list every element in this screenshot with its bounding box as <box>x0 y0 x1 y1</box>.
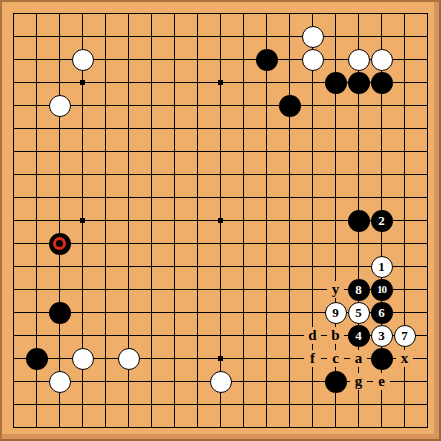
point-c3[interactable] <box>48 370 71 393</box>
letter-label-d[interactable]: d <box>304 327 321 344</box>
point-n17[interactable] <box>278 48 301 71</box>
point-f17[interactable] <box>117 48 140 71</box>
point-a13[interactable] <box>2 140 25 163</box>
point-c9[interactable] <box>48 232 71 255</box>
point-r7[interactable]: 10 <box>370 278 393 301</box>
point-n11[interactable] <box>278 186 301 209</box>
point-l9[interactable] <box>232 232 255 255</box>
point-f19[interactable] <box>117 2 140 25</box>
point-o10[interactable] <box>301 209 324 232</box>
point-o16[interactable] <box>301 71 324 94</box>
point-s7[interactable] <box>393 278 416 301</box>
white-stone-r5[interactable]: 3 <box>371 325 393 347</box>
point-j12[interactable] <box>186 163 209 186</box>
white-stone-d4[interactable] <box>72 348 94 370</box>
point-k5[interactable] <box>209 324 232 347</box>
point-t18[interactable] <box>416 25 439 48</box>
point-c2[interactable] <box>48 393 71 416</box>
point-e10[interactable] <box>94 209 117 232</box>
point-m11[interactable] <box>255 186 278 209</box>
point-f18[interactable] <box>117 25 140 48</box>
white-stone-f4[interactable] <box>118 348 140 370</box>
point-o1[interactable] <box>301 416 324 439</box>
point-q13[interactable] <box>347 140 370 163</box>
black-stone-q10[interactable] <box>348 210 370 232</box>
white-stone-q17[interactable] <box>348 49 370 71</box>
point-j19[interactable] <box>186 2 209 25</box>
black-stone-c9[interactable] <box>49 233 71 255</box>
point-k13[interactable] <box>209 140 232 163</box>
point-r2[interactable] <box>370 393 393 416</box>
point-f1[interactable] <box>117 416 140 439</box>
point-h7[interactable] <box>163 278 186 301</box>
point-a4[interactable] <box>2 347 25 370</box>
point-e16[interactable] <box>94 71 117 94</box>
point-o8[interactable] <box>301 255 324 278</box>
point-f6[interactable] <box>117 301 140 324</box>
point-t1[interactable] <box>416 416 439 439</box>
point-k6[interactable] <box>209 301 232 324</box>
point-n2[interactable] <box>278 393 301 416</box>
point-l19[interactable] <box>232 2 255 25</box>
point-p12[interactable] <box>324 163 347 186</box>
point-g14[interactable] <box>140 117 163 140</box>
point-g18[interactable] <box>140 25 163 48</box>
black-stone-r10[interactable]: 2 <box>371 210 393 232</box>
point-p2[interactable] <box>324 393 347 416</box>
point-t15[interactable] <box>416 94 439 117</box>
point-s9[interactable] <box>393 232 416 255</box>
letter-label-e[interactable]: e <box>373 373 390 390</box>
point-d4[interactable] <box>71 347 94 370</box>
point-r18[interactable] <box>370 25 393 48</box>
point-p10[interactable] <box>324 209 347 232</box>
point-h15[interactable] <box>163 94 186 117</box>
point-l17[interactable] <box>232 48 255 71</box>
point-t8[interactable] <box>416 255 439 278</box>
point-r16[interactable] <box>370 71 393 94</box>
point-s11[interactable] <box>393 186 416 209</box>
point-m16[interactable] <box>255 71 278 94</box>
point-d13[interactable] <box>71 140 94 163</box>
point-n12[interactable] <box>278 163 301 186</box>
point-e1[interactable] <box>94 416 117 439</box>
black-stone-n15[interactable] <box>279 95 301 117</box>
point-r8[interactable]: 1 <box>370 255 393 278</box>
point-o9[interactable] <box>301 232 324 255</box>
black-stone-b4[interactable] <box>26 348 48 370</box>
point-r17[interactable] <box>370 48 393 71</box>
point-q10[interactable] <box>347 209 370 232</box>
point-n13[interactable] <box>278 140 301 163</box>
point-m18[interactable] <box>255 25 278 48</box>
point-t19[interactable] <box>416 2 439 25</box>
point-n18[interactable] <box>278 25 301 48</box>
point-p4[interactable]: c <box>324 347 347 370</box>
point-d18[interactable] <box>71 25 94 48</box>
point-g2[interactable] <box>140 393 163 416</box>
point-h12[interactable] <box>163 163 186 186</box>
point-o19[interactable] <box>301 2 324 25</box>
point-b12[interactable] <box>25 163 48 186</box>
point-m15[interactable] <box>255 94 278 117</box>
point-k12[interactable] <box>209 163 232 186</box>
point-g15[interactable] <box>140 94 163 117</box>
point-a15[interactable] <box>2 94 25 117</box>
black-stone-c6[interactable] <box>49 302 71 324</box>
point-h11[interactable] <box>163 186 186 209</box>
point-o3[interactable] <box>301 370 324 393</box>
black-stone-q7[interactable]: 8 <box>348 279 370 301</box>
point-c5[interactable] <box>48 324 71 347</box>
point-h19[interactable] <box>163 2 186 25</box>
point-q8[interactable] <box>347 255 370 278</box>
point-l7[interactable] <box>232 278 255 301</box>
point-l3[interactable] <box>232 370 255 393</box>
point-j9[interactable] <box>186 232 209 255</box>
point-s17[interactable] <box>393 48 416 71</box>
letter-label-c[interactable]: c <box>327 350 344 367</box>
point-s13[interactable] <box>393 140 416 163</box>
point-a18[interactable] <box>2 25 25 48</box>
point-t16[interactable] <box>416 71 439 94</box>
point-k9[interactable] <box>209 232 232 255</box>
point-f10[interactable] <box>117 209 140 232</box>
point-j11[interactable] <box>186 186 209 209</box>
point-d19[interactable] <box>71 2 94 25</box>
point-h1[interactable] <box>163 416 186 439</box>
letter-label-b[interactable]: b <box>327 327 344 344</box>
point-m10[interactable] <box>255 209 278 232</box>
point-k10[interactable] <box>209 209 232 232</box>
point-o13[interactable] <box>301 140 324 163</box>
point-o2[interactable] <box>301 393 324 416</box>
point-b9[interactable] <box>25 232 48 255</box>
point-p11[interactable] <box>324 186 347 209</box>
point-a11[interactable] <box>2 186 25 209</box>
point-m2[interactable] <box>255 393 278 416</box>
point-o14[interactable] <box>301 117 324 140</box>
point-b1[interactable] <box>25 416 48 439</box>
point-h18[interactable] <box>163 25 186 48</box>
point-k18[interactable] <box>209 25 232 48</box>
point-t17[interactable] <box>416 48 439 71</box>
point-b17[interactable] <box>25 48 48 71</box>
point-h13[interactable] <box>163 140 186 163</box>
point-a2[interactable] <box>2 393 25 416</box>
white-stone-o18[interactable] <box>302 26 324 48</box>
point-n7[interactable] <box>278 278 301 301</box>
point-f5[interactable] <box>117 324 140 347</box>
point-q7[interactable]: 8 <box>347 278 370 301</box>
point-c4[interactable] <box>48 347 71 370</box>
point-m6[interactable] <box>255 301 278 324</box>
point-j14[interactable] <box>186 117 209 140</box>
point-b11[interactable] <box>25 186 48 209</box>
point-l14[interactable] <box>232 117 255 140</box>
point-r4[interactable] <box>370 347 393 370</box>
white-stone-s5[interactable]: 7 <box>394 325 416 347</box>
point-e9[interactable] <box>94 232 117 255</box>
point-p8[interactable] <box>324 255 347 278</box>
point-l13[interactable] <box>232 140 255 163</box>
point-r1[interactable] <box>370 416 393 439</box>
point-g11[interactable] <box>140 186 163 209</box>
point-l6[interactable] <box>232 301 255 324</box>
point-d9[interactable] <box>71 232 94 255</box>
point-q3[interactable]: g <box>347 370 370 393</box>
point-p1[interactable] <box>324 416 347 439</box>
point-t4[interactable] <box>416 347 439 370</box>
point-m5[interactable] <box>255 324 278 347</box>
white-stone-q6[interactable]: 5 <box>348 302 370 324</box>
point-p17[interactable] <box>324 48 347 71</box>
point-n3[interactable] <box>278 370 301 393</box>
point-e6[interactable] <box>94 301 117 324</box>
point-s2[interactable] <box>393 393 416 416</box>
point-e7[interactable] <box>94 278 117 301</box>
point-a5[interactable] <box>2 324 25 347</box>
point-t11[interactable] <box>416 186 439 209</box>
point-g19[interactable] <box>140 2 163 25</box>
point-f15[interactable] <box>117 94 140 117</box>
point-a16[interactable] <box>2 71 25 94</box>
point-q2[interactable] <box>347 393 370 416</box>
point-n14[interactable] <box>278 117 301 140</box>
point-s18[interactable] <box>393 25 416 48</box>
point-f16[interactable] <box>117 71 140 94</box>
point-j2[interactable] <box>186 393 209 416</box>
point-s4[interactable]: x <box>393 347 416 370</box>
point-d6[interactable] <box>71 301 94 324</box>
point-o15[interactable] <box>301 94 324 117</box>
point-q6[interactable]: 5 <box>347 301 370 324</box>
point-j18[interactable] <box>186 25 209 48</box>
point-d8[interactable] <box>71 255 94 278</box>
point-l4[interactable] <box>232 347 255 370</box>
point-k11[interactable] <box>209 186 232 209</box>
point-l15[interactable] <box>232 94 255 117</box>
point-d11[interactable] <box>71 186 94 209</box>
black-stone-p3[interactable] <box>325 371 347 393</box>
point-q16[interactable] <box>347 71 370 94</box>
point-n15[interactable] <box>278 94 301 117</box>
point-r5[interactable]: 3 <box>370 324 393 347</box>
point-g7[interactable] <box>140 278 163 301</box>
point-e14[interactable] <box>94 117 117 140</box>
point-m12[interactable] <box>255 163 278 186</box>
point-a17[interactable] <box>2 48 25 71</box>
point-g13[interactable] <box>140 140 163 163</box>
point-e3[interactable] <box>94 370 117 393</box>
point-h17[interactable] <box>163 48 186 71</box>
point-s15[interactable] <box>393 94 416 117</box>
point-r12[interactable] <box>370 163 393 186</box>
point-h16[interactable] <box>163 71 186 94</box>
point-b10[interactable] <box>25 209 48 232</box>
point-k2[interactable] <box>209 393 232 416</box>
point-t7[interactable] <box>416 278 439 301</box>
point-o12[interactable] <box>301 163 324 186</box>
letter-label-f[interactable]: f <box>304 350 321 367</box>
point-g9[interactable] <box>140 232 163 255</box>
point-c15[interactable] <box>48 94 71 117</box>
point-c6[interactable] <box>48 301 71 324</box>
point-a14[interactable] <box>2 117 25 140</box>
point-c10[interactable] <box>48 209 71 232</box>
white-stone-c15[interactable] <box>49 95 71 117</box>
point-a1[interactable] <box>2 416 25 439</box>
point-j4[interactable] <box>186 347 209 370</box>
point-g3[interactable] <box>140 370 163 393</box>
point-q12[interactable] <box>347 163 370 186</box>
point-p15[interactable] <box>324 94 347 117</box>
point-p19[interactable] <box>324 2 347 25</box>
point-n5[interactable] <box>278 324 301 347</box>
point-q11[interactable] <box>347 186 370 209</box>
white-stone-p6[interactable]: 9 <box>325 302 347 324</box>
black-stone-r6[interactable]: 6 <box>371 302 393 324</box>
point-p13[interactable] <box>324 140 347 163</box>
point-j3[interactable] <box>186 370 209 393</box>
point-l8[interactable] <box>232 255 255 278</box>
point-k4[interactable] <box>209 347 232 370</box>
point-h5[interactable] <box>163 324 186 347</box>
point-m4[interactable] <box>255 347 278 370</box>
point-a7[interactable] <box>2 278 25 301</box>
point-j16[interactable] <box>186 71 209 94</box>
point-f8[interactable] <box>117 255 140 278</box>
point-c19[interactable] <box>48 2 71 25</box>
point-m17[interactable] <box>255 48 278 71</box>
point-e15[interactable] <box>94 94 117 117</box>
point-r10[interactable]: 2 <box>370 209 393 232</box>
point-k1[interactable] <box>209 416 232 439</box>
point-c17[interactable] <box>48 48 71 71</box>
point-p9[interactable] <box>324 232 347 255</box>
point-e8[interactable] <box>94 255 117 278</box>
point-f7[interactable] <box>117 278 140 301</box>
point-h14[interactable] <box>163 117 186 140</box>
point-b8[interactable] <box>25 255 48 278</box>
point-a12[interactable] <box>2 163 25 186</box>
point-s16[interactable] <box>393 71 416 94</box>
point-b7[interactable] <box>25 278 48 301</box>
point-d2[interactable] <box>71 393 94 416</box>
point-s8[interactable] <box>393 255 416 278</box>
point-q15[interactable] <box>347 94 370 117</box>
point-d10[interactable] <box>71 209 94 232</box>
black-stone-r7[interactable]: 10 <box>371 279 393 301</box>
point-m9[interactable] <box>255 232 278 255</box>
black-stone-r16[interactable] <box>371 72 393 94</box>
point-c7[interactable] <box>48 278 71 301</box>
black-stone-q5[interactable]: 4 <box>348 325 370 347</box>
point-p7[interactable]: y <box>324 278 347 301</box>
point-c1[interactable] <box>48 416 71 439</box>
point-t10[interactable] <box>416 209 439 232</box>
point-t3[interactable] <box>416 370 439 393</box>
point-k16[interactable] <box>209 71 232 94</box>
point-f13[interactable] <box>117 140 140 163</box>
point-b2[interactable] <box>25 393 48 416</box>
point-q17[interactable] <box>347 48 370 71</box>
point-q1[interactable] <box>347 416 370 439</box>
point-o11[interactable] <box>301 186 324 209</box>
point-e2[interactable] <box>94 393 117 416</box>
point-t5[interactable] <box>416 324 439 347</box>
point-g1[interactable] <box>140 416 163 439</box>
point-p14[interactable] <box>324 117 347 140</box>
point-f11[interactable] <box>117 186 140 209</box>
point-b5[interactable] <box>25 324 48 347</box>
point-o6[interactable] <box>301 301 324 324</box>
point-b14[interactable] <box>25 117 48 140</box>
point-s10[interactable] <box>393 209 416 232</box>
point-h10[interactable] <box>163 209 186 232</box>
point-k15[interactable] <box>209 94 232 117</box>
point-c12[interactable] <box>48 163 71 186</box>
point-b3[interactable] <box>25 370 48 393</box>
point-n4[interactable] <box>278 347 301 370</box>
point-q14[interactable] <box>347 117 370 140</box>
point-d1[interactable] <box>71 416 94 439</box>
point-g8[interactable] <box>140 255 163 278</box>
point-m3[interactable] <box>255 370 278 393</box>
point-d5[interactable] <box>71 324 94 347</box>
point-q5[interactable]: 4 <box>347 324 370 347</box>
point-q4[interactable]: a <box>347 347 370 370</box>
point-c13[interactable] <box>48 140 71 163</box>
point-e12[interactable] <box>94 163 117 186</box>
point-a3[interactable] <box>2 370 25 393</box>
point-r14[interactable] <box>370 117 393 140</box>
point-m19[interactable] <box>255 2 278 25</box>
point-q9[interactable] <box>347 232 370 255</box>
point-b13[interactable] <box>25 140 48 163</box>
point-j6[interactable] <box>186 301 209 324</box>
point-m8[interactable] <box>255 255 278 278</box>
point-c14[interactable] <box>48 117 71 140</box>
point-t12[interactable] <box>416 163 439 186</box>
point-e4[interactable] <box>94 347 117 370</box>
point-k19[interactable] <box>209 2 232 25</box>
point-l11[interactable] <box>232 186 255 209</box>
letter-label-y[interactable]: y <box>327 281 344 298</box>
point-r11[interactable] <box>370 186 393 209</box>
point-d12[interactable] <box>71 163 94 186</box>
point-g5[interactable] <box>140 324 163 347</box>
point-f3[interactable] <box>117 370 140 393</box>
point-p18[interactable] <box>324 25 347 48</box>
point-o7[interactable] <box>301 278 324 301</box>
point-e18[interactable] <box>94 25 117 48</box>
point-e11[interactable] <box>94 186 117 209</box>
point-n1[interactable] <box>278 416 301 439</box>
point-r15[interactable] <box>370 94 393 117</box>
point-r6[interactable]: 6 <box>370 301 393 324</box>
point-f12[interactable] <box>117 163 140 186</box>
point-a6[interactable] <box>2 301 25 324</box>
white-stone-r17[interactable] <box>371 49 393 71</box>
point-g10[interactable] <box>140 209 163 232</box>
point-a8[interactable] <box>2 255 25 278</box>
point-s1[interactable] <box>393 416 416 439</box>
point-l12[interactable] <box>232 163 255 186</box>
point-p3[interactable] <box>324 370 347 393</box>
point-j7[interactable] <box>186 278 209 301</box>
point-m14[interactable] <box>255 117 278 140</box>
